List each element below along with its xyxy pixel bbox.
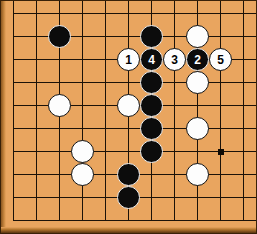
grid-vertical-line xyxy=(82,1,83,221)
stone-black xyxy=(117,186,140,209)
board-left-edge xyxy=(1,1,6,233)
stone-black-move-2: 2 xyxy=(186,48,209,71)
stone-white xyxy=(48,94,71,117)
grid-horizontal-line xyxy=(13,220,257,221)
stone-white-move-3: 3 xyxy=(163,48,186,71)
stone-white xyxy=(186,163,209,186)
grid-vertical-line xyxy=(243,1,244,221)
stone-black xyxy=(117,163,140,186)
grid-vertical-line xyxy=(13,1,14,221)
grid-vertical-line xyxy=(105,1,106,221)
stone-white xyxy=(71,163,94,186)
stone-white xyxy=(117,94,140,117)
stone-white xyxy=(186,117,209,140)
stone-white-move-5: 5 xyxy=(209,48,232,71)
stone-black xyxy=(48,25,71,48)
board-bottom-edge xyxy=(1,227,256,233)
stone-black xyxy=(140,94,163,117)
grid-horizontal-line xyxy=(13,128,257,129)
stone-white xyxy=(186,71,209,94)
grid-vertical-line xyxy=(174,1,175,221)
stone-black-move-4: 4 xyxy=(140,48,163,71)
stone-white xyxy=(71,140,94,163)
stone-white-move-1: 1 xyxy=(117,48,140,71)
grid-vertical-line xyxy=(36,1,37,221)
stone-black xyxy=(140,71,163,94)
stone-black xyxy=(140,117,163,140)
stone-white xyxy=(186,25,209,48)
grid-horizontal-line xyxy=(13,82,257,83)
star-point xyxy=(218,149,224,155)
stone-black xyxy=(140,140,163,163)
go-board: 14325 xyxy=(0,0,257,234)
grid-horizontal-line xyxy=(13,13,257,14)
stone-black xyxy=(140,25,163,48)
grid-vertical-line xyxy=(220,1,221,221)
